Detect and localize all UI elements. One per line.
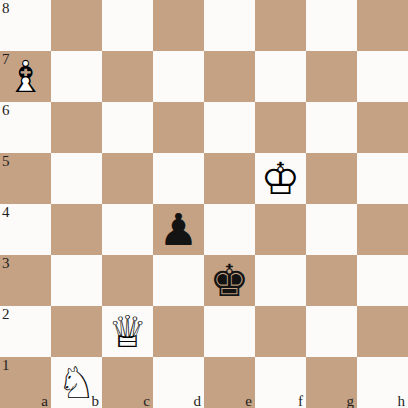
square-b1[interactable]: b♞♘ [51, 357, 102, 408]
square-g7[interactable] [306, 51, 357, 102]
rank-label-8: 8 [2, 0, 10, 16]
square-d3[interactable] [153, 255, 204, 306]
square-e5[interactable] [204, 153, 255, 204]
square-c3[interactable] [102, 255, 153, 306]
black-pawn-glyph: ♟ [159, 204, 198, 255]
square-d6[interactable] [153, 102, 204, 153]
square-d4[interactable]: ♟ [153, 204, 204, 255]
rank-label-2: 2 [2, 306, 10, 322]
square-h4[interactable] [357, 204, 408, 255]
square-h3[interactable] [357, 255, 408, 306]
chess-board: 87♝♗65♚♔4♟3♚2♛♕1ab♞♘cdefgh [0, 0, 408, 408]
square-c5[interactable] [102, 153, 153, 204]
square-b5[interactable] [51, 153, 102, 204]
square-b7[interactable] [51, 51, 102, 102]
file-label-f: f [298, 393, 303, 408]
square-f5[interactable]: ♚♔ [255, 153, 306, 204]
square-d2[interactable] [153, 306, 204, 357]
white-queen-icon[interactable]: ♛♕ [102, 306, 153, 357]
square-g3[interactable] [306, 255, 357, 306]
square-g2[interactable] [306, 306, 357, 357]
square-g8[interactable] [306, 0, 357, 51]
square-h1[interactable]: h [357, 357, 408, 408]
square-f6[interactable] [255, 102, 306, 153]
white-knight-icon[interactable]: ♞♘ [51, 357, 102, 408]
square-e3[interactable]: ♚ [204, 255, 255, 306]
white-king-outline: ♔ [261, 153, 300, 204]
square-f2[interactable] [255, 306, 306, 357]
white-queen-outline: ♕ [108, 306, 147, 357]
white-knight-outline: ♘ [57, 357, 96, 408]
square-c4[interactable] [102, 204, 153, 255]
square-a3[interactable]: 3 [0, 255, 51, 306]
square-h7[interactable] [357, 51, 408, 102]
square-b8[interactable] [51, 0, 102, 51]
square-b4[interactable] [51, 204, 102, 255]
white-bishop-outline: ♗ [6, 51, 45, 102]
square-h2[interactable] [357, 306, 408, 357]
square-f7[interactable] [255, 51, 306, 102]
square-c6[interactable] [102, 102, 153, 153]
square-f8[interactable] [255, 0, 306, 51]
white-king-icon[interactable]: ♚♔ [255, 153, 306, 204]
square-c2[interactable]: ♛♕ [102, 306, 153, 357]
square-d7[interactable] [153, 51, 204, 102]
square-g4[interactable] [306, 204, 357, 255]
square-b6[interactable] [51, 102, 102, 153]
file-label-c: c [143, 393, 150, 408]
file-label-e: e [245, 393, 252, 408]
square-h8[interactable] [357, 0, 408, 51]
square-b3[interactable] [51, 255, 102, 306]
square-g1[interactable]: g [306, 357, 357, 408]
square-d1[interactable]: d [153, 357, 204, 408]
rank-label-6: 6 [2, 102, 10, 118]
square-c8[interactable] [102, 0, 153, 51]
square-a4[interactable]: 4 [0, 204, 51, 255]
square-h5[interactable] [357, 153, 408, 204]
square-f4[interactable] [255, 204, 306, 255]
square-a5[interactable]: 5 [0, 153, 51, 204]
rank-label-1: 1 [2, 357, 10, 373]
square-e1[interactable]: e [204, 357, 255, 408]
square-e6[interactable] [204, 102, 255, 153]
square-d8[interactable] [153, 0, 204, 51]
square-f3[interactable] [255, 255, 306, 306]
square-a2[interactable]: 2 [0, 306, 51, 357]
file-label-h: h [398, 393, 406, 408]
square-d5[interactable] [153, 153, 204, 204]
file-label-d: d [194, 393, 202, 408]
square-g6[interactable] [306, 102, 357, 153]
square-h6[interactable] [357, 102, 408, 153]
square-g5[interactable] [306, 153, 357, 204]
square-e7[interactable] [204, 51, 255, 102]
square-e8[interactable] [204, 0, 255, 51]
black-pawn-icon[interactable]: ♟ [153, 204, 204, 255]
rank-label-4: 4 [2, 204, 10, 220]
square-e2[interactable] [204, 306, 255, 357]
square-e4[interactable] [204, 204, 255, 255]
square-a6[interactable]: 6 [0, 102, 51, 153]
black-king-glyph: ♚ [210, 255, 249, 306]
square-f1[interactable]: f [255, 357, 306, 408]
square-c1[interactable]: c [102, 357, 153, 408]
black-king-icon[interactable]: ♚ [204, 255, 255, 306]
square-a8[interactable]: 8 [0, 0, 51, 51]
square-b2[interactable] [51, 306, 102, 357]
rank-label-5: 5 [2, 153, 10, 169]
square-a7[interactable]: 7♝♗ [0, 51, 51, 102]
rank-label-3: 3 [2, 255, 10, 271]
square-a1[interactable]: 1a [0, 357, 51, 408]
file-label-a: a [41, 393, 48, 408]
file-label-g: g [347, 393, 355, 408]
square-c7[interactable] [102, 51, 153, 102]
white-bishop-icon[interactable]: ♝♗ [0, 51, 51, 102]
